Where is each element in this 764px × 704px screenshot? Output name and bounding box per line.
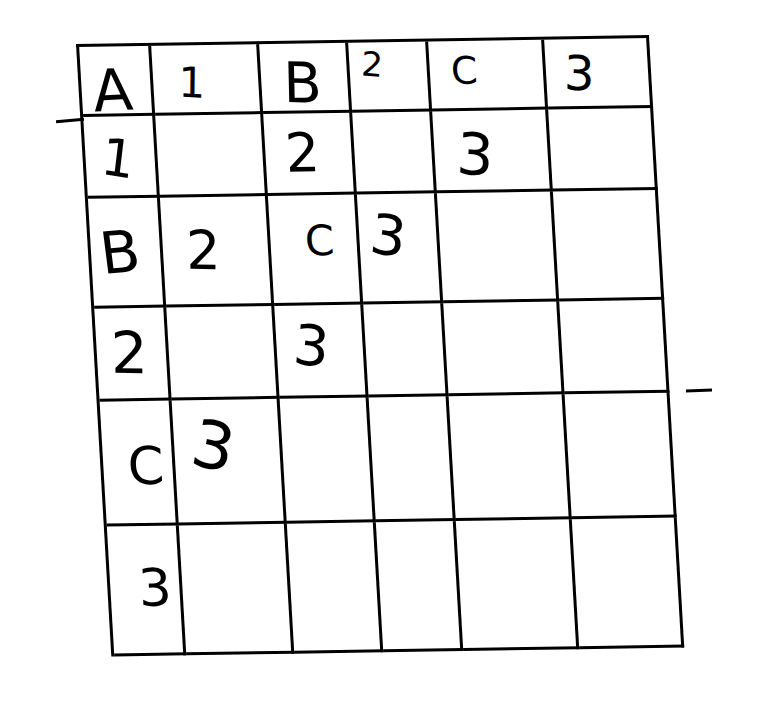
cell-glyph: C [126,440,165,493]
cell-glyph: 1 [178,61,205,104]
grid-cell-r3c3: C [268,195,363,306]
grid-cell-r3c6 [553,190,664,302]
cell-glyph: B [96,221,143,282]
cell-glyph: C [450,51,479,89]
grid-cell-r5c5 [449,394,572,521]
cell-glyph: A [90,60,135,120]
cell-glyph: B [283,55,323,112]
cell-glyph: 2 [186,223,222,278]
grid-cell-r2c4 [352,111,437,194]
grid-cell-r4c3: 3 [274,305,368,399]
grid-cell-r6c5 [456,519,579,651]
grid-cell-r3c1: B [88,198,166,309]
grid-cell-r1c5: C [428,40,548,112]
grid-cell-r4c6 [559,300,669,395]
cell-glyph: 3 [367,205,409,266]
grid-cell-r4c2 [166,306,279,401]
grid-cell-r6c6 [572,518,684,650]
grid-cell-r6c2 [179,524,294,656]
grid-cell-r5c6 [565,393,677,520]
grid-cell-r4c5 [443,301,564,396]
grid-cell-r1c2: 1 [151,44,263,116]
grid-cell-r2c6 [548,108,658,192]
grid-cell-r1c3: B [259,43,352,114]
grid-cell-r5c3 [280,397,376,523]
grid-cell-r2c1: 1 [83,116,160,199]
grid-cell-r3c2: 2 [160,196,274,308]
grid-cell-r1c6: 3 [544,38,653,110]
cell-glyph: 2 [110,324,148,383]
grid-cell-r1c4: 2 [348,41,432,112]
cell-glyph: 2 [360,46,383,82]
grid-cell-r3c5 [437,192,559,304]
drawing-canvas: A1B2C3123B2C323C33 [0,0,764,704]
grid-cell-r5c2: 3 [172,399,287,526]
cell-glyph: 3 [137,561,173,613]
cell-glyph: C [304,219,336,261]
cell-glyph: 1 [99,130,138,187]
stroke-overshoot-right [686,389,712,393]
grid-cell-r6c3 [287,522,383,653]
grid-cell-r6c4 [376,521,463,652]
hand-drawn-grid: A1B2C3123B2C323C33 [76,35,684,657]
grid-cell-r2c5: 3 [432,110,553,194]
grid-cell-r2c2 [155,114,268,198]
grid-cell-r4c1: 2 [94,308,171,402]
cell-glyph: 3 [563,48,594,98]
cell-glyph: 3 [292,316,332,376]
grid-cell-r1c1: A [79,46,155,117]
grid-cell-r5c4 [369,396,456,522]
cell-glyph: 2 [284,126,321,180]
cell-glyph: 3 [455,124,495,185]
grid-cell-r5c1: C [100,401,179,527]
grid-cell-r4c4 [363,303,448,397]
grid-cell-r2c3: 2 [263,113,357,196]
cell-glyph: 3 [186,410,240,484]
grid-cell-r3c4: 3 [357,193,443,304]
grid-cell-r6c1: 3 [107,525,186,656]
